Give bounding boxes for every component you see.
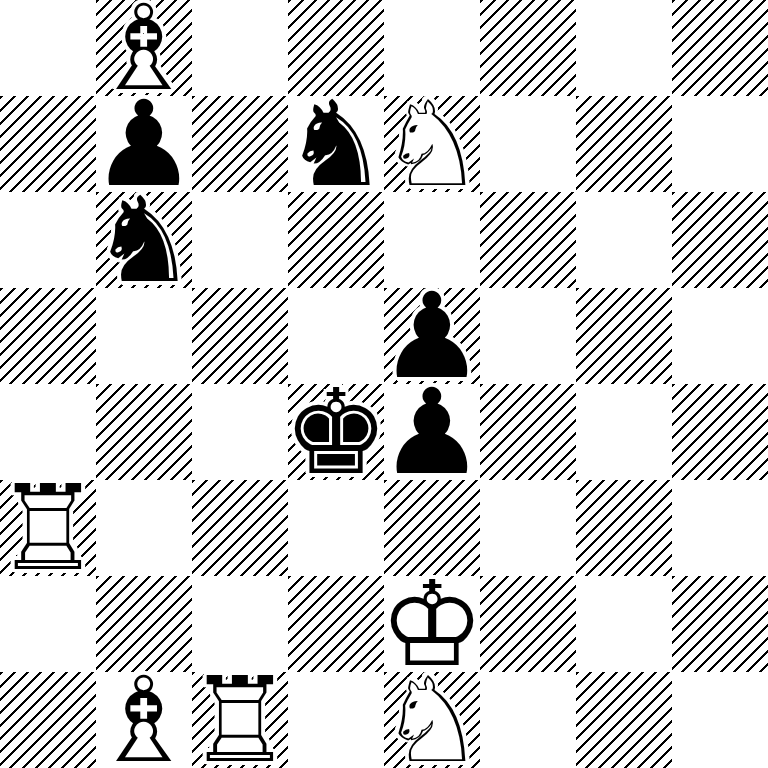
square-h3[interactable] [672, 480, 768, 576]
square-f3[interactable] [480, 480, 576, 576]
square-h7[interactable] [672, 96, 768, 192]
square-b4[interactable] [96, 384, 192, 480]
square-c8[interactable] [192, 0, 288, 96]
square-g3[interactable] [576, 480, 672, 576]
square-c4[interactable] [192, 384, 288, 480]
square-g7[interactable] [576, 96, 672, 192]
square-a1[interactable] [0, 672, 96, 768]
square-f8[interactable] [480, 0, 576, 96]
square-f2[interactable] [480, 576, 576, 672]
square-b1[interactable]: ♝♗ [96, 672, 192, 768]
square-h2[interactable] [672, 576, 768, 672]
square-g8[interactable] [576, 0, 672, 96]
square-a6[interactable] [0, 192, 96, 288]
square-c6[interactable] [192, 192, 288, 288]
square-h4[interactable] [672, 384, 768, 480]
white-knight[interactable]: ♘ [384, 96, 480, 192]
white-rook[interactable]: ♖ [0, 480, 96, 576]
black-pawn[interactable]: ♟ [384, 384, 480, 480]
square-d7[interactable]: ♞♞ [288, 96, 384, 192]
square-g5[interactable] [576, 288, 672, 384]
square-b3[interactable] [96, 480, 192, 576]
white-bishop[interactable]: ♗ [96, 672, 192, 768]
chessboard: ♝♗♟♟♞♞♞♘♞♞♟♟♚♚♟♟♜♖♚♔♝♗♜♖♞♘ [0, 0, 768, 768]
white-rook[interactable]: ♖ [192, 672, 288, 768]
square-c1[interactable]: ♜♖ [192, 672, 288, 768]
white-knight[interactable]: ♘ [384, 672, 480, 768]
square-c3[interactable] [192, 480, 288, 576]
square-f4[interactable] [480, 384, 576, 480]
square-d2[interactable] [288, 576, 384, 672]
square-a7[interactable] [0, 96, 96, 192]
black-king[interactable]: ♚ [288, 384, 384, 480]
square-c7[interactable] [192, 96, 288, 192]
square-e1[interactable]: ♞♘ [384, 672, 480, 768]
square-e7[interactable]: ♞♘ [384, 96, 480, 192]
square-g1[interactable] [576, 672, 672, 768]
square-h8[interactable] [672, 0, 768, 96]
square-a3[interactable]: ♜♖ [0, 480, 96, 576]
square-a8[interactable] [0, 0, 96, 96]
black-knight[interactable]: ♞ [96, 192, 192, 288]
square-f5[interactable] [480, 288, 576, 384]
square-h6[interactable] [672, 192, 768, 288]
square-c5[interactable] [192, 288, 288, 384]
square-e4[interactable]: ♟♟ [384, 384, 480, 480]
square-b6[interactable]: ♞♞ [96, 192, 192, 288]
square-a5[interactable] [0, 288, 96, 384]
square-f1[interactable] [480, 672, 576, 768]
square-d1[interactable] [288, 672, 384, 768]
square-h5[interactable] [672, 288, 768, 384]
black-knight[interactable]: ♞ [288, 96, 384, 192]
square-g4[interactable] [576, 384, 672, 480]
square-d4[interactable]: ♚♚ [288, 384, 384, 480]
square-h1[interactable] [672, 672, 768, 768]
square-g2[interactable] [576, 576, 672, 672]
square-f7[interactable] [480, 96, 576, 192]
square-f6[interactable] [480, 192, 576, 288]
square-g6[interactable] [576, 192, 672, 288]
